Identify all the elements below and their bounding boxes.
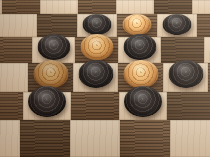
square-r2-c7[interactable] xyxy=(197,14,210,37)
square-r3-c2[interactable] xyxy=(0,37,32,63)
square-r6-c4[interactable] xyxy=(70,120,120,157)
square-r4-c4[interactable] xyxy=(73,63,118,92)
square-r1-c4[interactable] xyxy=(78,0,116,14)
square-r4-c2[interactable] xyxy=(0,63,28,92)
square-r5-c5[interactable] xyxy=(119,92,167,120)
square-r1-c6[interactable] xyxy=(154,0,192,14)
square-r5-c4[interactable] xyxy=(71,92,119,120)
square-r5-c3[interactable] xyxy=(23,92,71,120)
square-r3-c7[interactable] xyxy=(204,37,210,63)
black-piece-r2-c6[interactable] xyxy=(163,14,192,35)
board-row-1 xyxy=(0,0,210,14)
black-piece-r5-c3[interactable] xyxy=(28,86,66,117)
black-piece-r3-c3[interactable] xyxy=(37,34,70,60)
square-r1-c2[interactable] xyxy=(2,0,40,14)
wood-piece-r4-c5[interactable] xyxy=(123,60,158,88)
black-piece-r4-c4[interactable] xyxy=(78,60,113,88)
square-r2-c6[interactable] xyxy=(157,14,197,37)
square-r2-c2[interactable] xyxy=(0,14,37,37)
square-r5-c6[interactable] xyxy=(167,92,210,120)
black-piece-r2-c4[interactable] xyxy=(83,14,112,35)
square-r1-c5[interactable] xyxy=(116,0,154,14)
square-r4-c7[interactable] xyxy=(208,63,210,92)
board-row-5 xyxy=(0,92,210,120)
square-r1-c7[interactable] xyxy=(192,0,210,14)
black-piece-r3-c5[interactable] xyxy=(123,34,156,60)
square-r6-c2[interactable] xyxy=(0,120,20,157)
checkers-board-photo xyxy=(0,0,210,157)
board-row-2 xyxy=(0,14,210,37)
board-row-3 xyxy=(0,37,210,63)
black-piece-r4-c6[interactable] xyxy=(168,60,203,88)
square-r1-c3[interactable] xyxy=(40,0,78,14)
wood-piece-r2-c5[interactable] xyxy=(123,14,152,35)
square-r5-c2[interactable] xyxy=(0,92,23,120)
wood-piece-r3-c4[interactable] xyxy=(80,34,113,60)
black-piece-r5-c5[interactable] xyxy=(124,86,162,117)
square-r3-c3[interactable] xyxy=(32,37,75,63)
square-r6-c3[interactable] xyxy=(20,120,70,157)
board-row-4 xyxy=(0,63,210,92)
square-r6-c6[interactable] xyxy=(170,120,210,157)
square-r6-c5[interactable] xyxy=(120,120,170,157)
board-row-6 xyxy=(0,120,210,157)
square-r4-c6[interactable] xyxy=(163,63,208,92)
wood-piece-r4-c3[interactable] xyxy=(33,60,68,88)
